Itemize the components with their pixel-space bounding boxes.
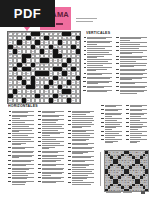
- clue-item: [68, 116, 94, 119]
- clue-number: 12: [50, 37, 52, 39]
- clue-number: 33: [72, 50, 74, 52]
- clue-item: [116, 50, 147, 54]
- clue-number: 58: [50, 72, 52, 74]
- clue-item: [101, 105, 122, 108]
- pink-caret-icon: [24, 27, 30, 31]
- clue-number: 53: [63, 68, 65, 70]
- clue-number: 2: [14, 32, 15, 34]
- clue-number: 40: [27, 59, 29, 61]
- footer-page-number: [141, 191, 146, 194]
- clue-number: 71: [36, 81, 38, 83]
- clue-number: 43: [59, 59, 61, 61]
- clue-number: 21: [77, 41, 79, 43]
- clue-item: [126, 126, 147, 130]
- clue-number: 93: [72, 99, 74, 101]
- clue-number: 41: [50, 59, 52, 61]
- clue-item: [126, 118, 147, 121]
- clue-number: 77: [36, 85, 38, 87]
- clue-number: 29: [32, 50, 34, 52]
- clue-item: [38, 172, 64, 176]
- clue-number: 76: [23, 85, 25, 87]
- verticales-clues-col-3: [101, 105, 122, 147]
- clue-item: [68, 137, 94, 141]
- clue-number: 78: [50, 85, 52, 87]
- clue-number: 84: [59, 90, 61, 92]
- clue-number: 69: [9, 81, 11, 83]
- clue-number: 50: [68, 63, 70, 65]
- clue-item: [38, 124, 64, 127]
- clue-number: 27: [9, 50, 11, 52]
- clue-item: [83, 67, 112, 71]
- clue-number: 79: [63, 85, 65, 87]
- clue-item: [38, 181, 64, 184]
- horizontales-clues-col-1: [8, 111, 34, 190]
- clue-item: [101, 139, 122, 143]
- clue-item: [38, 137, 64, 140]
- clue-item: [68, 160, 94, 163]
- clue-item: [116, 90, 147, 94]
- pdf-badge[interactable]: PDF: [0, 0, 55, 27]
- clue-number: 20: [63, 41, 65, 43]
- clue-item: [126, 105, 147, 108]
- clue-item: [68, 133, 94, 136]
- clue-item: [83, 86, 112, 89]
- clue-number: 32: [59, 50, 61, 52]
- clue-number: 23: [18, 46, 20, 48]
- clue-item: [116, 37, 147, 41]
- masthead-subtext-bar: [56, 23, 63, 25]
- clue-item: [68, 156, 94, 159]
- clue-item: [8, 147, 34, 150]
- clue-number: 30: [45, 50, 47, 52]
- clue-item: [8, 168, 34, 172]
- clue-item: [83, 90, 112, 93]
- clue-number: 26: [59, 46, 61, 48]
- clue-item: [8, 133, 34, 136]
- clue-number: 42: [54, 59, 56, 61]
- clue-number: 82: [32, 90, 34, 92]
- horizontales-clues-col-2: [38, 111, 64, 190]
- clue-item: [8, 173, 34, 176]
- clue-item: [38, 115, 64, 118]
- clue-number: 66: [45, 77, 47, 79]
- clue-number: 92: [54, 99, 56, 101]
- magazine-page: CRUCIGRAMA PDF 1234567891011121314151617…: [0, 0, 149, 198]
- clue-number: 4: [23, 32, 24, 34]
- clue-item: [38, 128, 64, 131]
- clue-number: 56: [23, 72, 25, 74]
- clue-item: [38, 168, 64, 171]
- clue-number: 22: [14, 46, 16, 48]
- clue-number: 44: [72, 59, 74, 61]
- clue-item: [116, 46, 147, 49]
- clue-item: [68, 143, 94, 146]
- clue-number: 68: [63, 77, 65, 79]
- clue-number: 72: [54, 81, 56, 83]
- clue-item: [68, 147, 94, 150]
- clue-number: 5: [41, 32, 42, 34]
- clue-number: 14: [68, 37, 70, 39]
- clue-item: [38, 155, 64, 158]
- clue-item: [116, 77, 147, 81]
- clue-number: 17: [27, 41, 29, 43]
- header-note-line: [76, 18, 97, 19]
- solution-grid: OLUCIONTERIONNTEROROLUCOOROLCIONNTRIIONT…: [104, 150, 149, 192]
- verticales-clues-col-1: [83, 37, 112, 99]
- clue-number: 86: [14, 94, 16, 96]
- clue-number: 51: [18, 68, 20, 70]
- clue-number: 45: [9, 63, 11, 65]
- clue-number: 83: [45, 90, 47, 92]
- clue-number: 13: [63, 37, 65, 39]
- clue-item: [8, 141, 34, 145]
- clue-item: [116, 69, 147, 72]
- clue-item: [68, 182, 94, 185]
- clue-number: 36: [32, 54, 34, 56]
- clue-item: [8, 155, 34, 159]
- clue-item: [126, 122, 147, 125]
- clue-number: 89: [63, 94, 65, 96]
- clue-item: [8, 181, 34, 185]
- clue-item: [126, 139, 147, 143]
- clue-item: [38, 119, 64, 123]
- clue-number: 1: [9, 32, 10, 34]
- clue-item: [101, 126, 122, 130]
- clue-item: [83, 41, 112, 45]
- clue-number: 6: [50, 32, 51, 34]
- footer-text-bar: [106, 192, 121, 193]
- clue-item: [8, 137, 34, 140]
- clue-item: [68, 124, 94, 128]
- clue-number: 7: [54, 32, 55, 34]
- clue-item: [8, 120, 34, 123]
- clue-number: 24: [36, 46, 38, 48]
- clue-item: [38, 177, 64, 180]
- clue-item: [101, 122, 122, 125]
- clue-item: [68, 164, 94, 168]
- clue-number: 3: [18, 32, 19, 34]
- clue-item: [101, 109, 122, 112]
- clue-item: [83, 77, 112, 80]
- clue-number: 73: [72, 81, 74, 83]
- clue-number: 87: [41, 94, 43, 96]
- clue-item: [38, 151, 64, 154]
- solution-caption-rotated: [100, 152, 101, 186]
- clue-item: [116, 56, 147, 59]
- pdf-badge-label: PDF: [14, 6, 42, 21]
- clue-item: [38, 111, 64, 114]
- verticales-clues-col-2: [116, 37, 147, 99]
- clue-number: 38: [77, 54, 79, 56]
- clue-number: 52: [32, 68, 34, 70]
- clue-item: [83, 81, 112, 85]
- clue-number: 60: [68, 72, 70, 74]
- clue-number: 15: [9, 41, 11, 43]
- clue-item: [68, 173, 94, 176]
- footer-text-bar: [123, 192, 132, 193]
- clue-number: 34: [9, 54, 11, 56]
- clue-item: [38, 132, 64, 136]
- white-cell: [76, 98, 81, 102]
- clue-number: 9: [72, 32, 73, 34]
- crossword-grid: 1234567891011121314151617181920212223242…: [7, 31, 81, 104]
- clue-number: 64: [36, 77, 38, 79]
- clue-item: [116, 86, 147, 89]
- clue-item: [83, 63, 112, 66]
- clue-number: 61: [72, 72, 74, 74]
- clue-item: [83, 59, 112, 62]
- clue-number: 10: [9, 37, 11, 39]
- clue-item: [8, 124, 34, 127]
- clue-number: 49: [45, 63, 47, 65]
- clue-number: 88: [59, 94, 61, 96]
- clue-item: [68, 151, 94, 155]
- clue-item: [101, 113, 122, 117]
- horizontales-clues-col-3: [68, 111, 94, 190]
- clue-item: [38, 145, 64, 149]
- clue-number: 90: [9, 99, 11, 101]
- clue-item: [8, 160, 34, 163]
- clue-item: [68, 120, 94, 123]
- clue-number: 35: [14, 54, 16, 56]
- clue-number: 67: [59, 77, 61, 79]
- clue-item: [116, 42, 147, 45]
- verticales-header: VERTICALES: [86, 31, 110, 35]
- clue-number: 65: [41, 77, 43, 79]
- clue-item: [38, 158, 64, 162]
- solution-black-cell: [145, 189, 148, 192]
- clue-number: 46: [23, 63, 25, 65]
- clue-item: [116, 82, 147, 85]
- clue-number: 57: [27, 72, 29, 74]
- clue-item: [8, 115, 34, 119]
- horizontales-header: HORIZONTALES: [8, 104, 38, 108]
- clue-item: [8, 111, 34, 114]
- clue-item: [68, 111, 94, 115]
- clue-item: [8, 177, 34, 180]
- clue-item: [126, 135, 147, 138]
- clue-item: [68, 169, 94, 172]
- clue-number: 31: [50, 50, 52, 52]
- clue-item: [83, 50, 112, 53]
- clue-item: [126, 109, 147, 112]
- clue-item: [101, 131, 122, 134]
- clue-item: [83, 46, 112, 49]
- clue-number: 37: [63, 54, 65, 56]
- clue-number: 81: [27, 90, 29, 92]
- header-note-line: [76, 21, 93, 22]
- clue-number: 18: [41, 41, 43, 43]
- clue-item: [8, 151, 34, 154]
- clue-item: [116, 59, 147, 62]
- verticales-clues-col-4: [126, 105, 147, 147]
- clue-number: 8: [59, 32, 60, 34]
- clue-item: [83, 37, 112, 40]
- clue-number: 74: [77, 81, 79, 83]
- clue-item: [83, 73, 112, 76]
- clue-number: 11: [32, 37, 34, 39]
- clue-number: 54: [9, 72, 11, 74]
- clue-number: 85: [72, 90, 74, 92]
- clue-item: [8, 164, 34, 167]
- clue-number: 39: [9, 59, 11, 61]
- clue-number: 55: [14, 72, 16, 74]
- clue-item: [68, 130, 94, 133]
- clue-item: [116, 63, 147, 67]
- clue-number: 62: [9, 77, 11, 79]
- clue-number: 48: [41, 63, 43, 65]
- clue-number: 80: [18, 90, 20, 92]
- clue-item: [101, 118, 122, 121]
- clue-number: 63: [23, 77, 25, 79]
- clue-number: 47: [36, 63, 38, 65]
- clue-number: 59: [59, 72, 61, 74]
- clue-item: [68, 177, 94, 181]
- clue-number: 19: [45, 41, 47, 43]
- clue-number: 91: [27, 99, 29, 101]
- clue-item: [101, 135, 122, 138]
- clue-item: [126, 131, 147, 134]
- clue-item: [116, 73, 147, 76]
- clue-number: 75: [9, 85, 11, 87]
- clue-item: [8, 128, 34, 132]
- clue-number: 28: [18, 50, 20, 52]
- clue-item: [38, 164, 64, 167]
- clue-item: [83, 54, 112, 58]
- clue-item: [38, 141, 64, 144]
- clue-number: 70: [18, 81, 20, 83]
- clue-number: 16: [23, 41, 25, 43]
- clue-item: [126, 113, 147, 117]
- clue-number: 25: [54, 46, 56, 48]
